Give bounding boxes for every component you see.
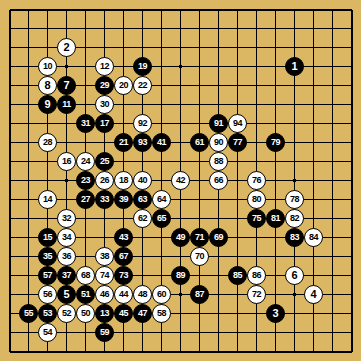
stone-black-61: 61: [190, 133, 209, 152]
stone-white-64: 64: [152, 190, 171, 209]
stone-white-78: 78: [285, 190, 304, 209]
stone-black-57: 57: [38, 266, 57, 285]
stone-white-54: 54: [38, 323, 57, 342]
stone-white-10: 10: [38, 57, 57, 76]
stone-white-30: 30: [95, 95, 114, 114]
stone-white-14: 14: [38, 190, 57, 209]
stone-white-72: 72: [247, 285, 266, 304]
stone-black-79: 79: [266, 133, 285, 152]
stone-white-22: 22: [133, 76, 152, 95]
stone-white-20: 20: [114, 76, 133, 95]
stone-black-25: 25: [95, 152, 114, 171]
stones-layer: 1234567891011121314151617181920212223242…: [0, 0, 361, 361]
stone-black-3: 3: [266, 304, 285, 323]
stone-black-19: 19: [133, 57, 152, 76]
stone-black-75: 75: [247, 209, 266, 228]
stone-black-89: 89: [171, 266, 190, 285]
stone-white-58: 58: [152, 304, 171, 323]
stone-black-31: 31: [76, 114, 95, 133]
stone-white-82: 82: [285, 209, 304, 228]
stone-white-34: 34: [57, 228, 76, 247]
stone-black-13: 13: [95, 304, 114, 323]
stone-white-52: 52: [57, 304, 76, 323]
stone-black-83: 83: [285, 228, 304, 247]
go-board-diagram: 1234567891011121314151617181920212223242…: [0, 0, 361, 361]
stone-black-81: 81: [266, 209, 285, 228]
stone-black-5: 5: [57, 285, 76, 304]
stone-white-66: 66: [209, 171, 228, 190]
stone-black-87: 87: [190, 285, 209, 304]
stone-black-17: 17: [95, 114, 114, 133]
stone-white-70: 70: [190, 247, 209, 266]
stone-black-29: 29: [95, 76, 114, 95]
stone-black-39: 39: [114, 190, 133, 209]
stone-white-36: 36: [57, 247, 76, 266]
stone-black-9: 9: [38, 95, 57, 114]
stone-black-67: 67: [114, 247, 133, 266]
stone-black-21: 21: [114, 133, 133, 152]
stone-black-73: 73: [114, 266, 133, 285]
stone-black-15: 15: [38, 228, 57, 247]
stone-white-48: 48: [133, 285, 152, 304]
stone-black-47: 47: [133, 304, 152, 323]
stone-white-92: 92: [133, 114, 152, 133]
stone-black-23: 23: [76, 171, 95, 190]
stone-white-6: 6: [285, 266, 304, 285]
stone-black-37: 37: [57, 266, 76, 285]
stone-white-16: 16: [57, 152, 76, 171]
stone-white-90: 90: [209, 133, 228, 152]
stone-white-62: 62: [133, 209, 152, 228]
stone-white-32: 32: [57, 209, 76, 228]
stone-black-11: 11: [57, 95, 76, 114]
stone-black-51: 51: [76, 285, 95, 304]
stone-white-76: 76: [247, 171, 266, 190]
stone-white-24: 24: [76, 152, 95, 171]
stone-white-60: 60: [152, 285, 171, 304]
stone-black-7: 7: [57, 76, 76, 95]
stone-black-35: 35: [38, 247, 57, 266]
stone-white-40: 40: [133, 171, 152, 190]
stone-black-55: 55: [19, 304, 38, 323]
stone-black-53: 53: [38, 304, 57, 323]
stone-white-8: 8: [38, 76, 57, 95]
stone-white-74: 74: [95, 266, 114, 285]
stone-black-85: 85: [228, 266, 247, 285]
stone-white-2: 2: [57, 38, 76, 57]
stone-black-91: 91: [209, 114, 228, 133]
stone-black-1: 1: [285, 57, 304, 76]
stone-white-46: 46: [95, 285, 114, 304]
stone-white-50: 50: [76, 304, 95, 323]
stone-black-49: 49: [171, 228, 190, 247]
stone-white-26: 26: [95, 171, 114, 190]
stone-white-68: 68: [76, 266, 95, 285]
stone-black-71: 71: [190, 228, 209, 247]
stone-black-41: 41: [152, 133, 171, 152]
stone-black-65: 65: [152, 209, 171, 228]
stone-black-33: 33: [95, 190, 114, 209]
stone-white-56: 56: [38, 285, 57, 304]
stone-white-18: 18: [114, 171, 133, 190]
stone-black-59: 59: [95, 323, 114, 342]
stone-white-84: 84: [304, 228, 323, 247]
stone-white-88: 88: [209, 152, 228, 171]
stone-black-93: 93: [133, 133, 152, 152]
stone-white-44: 44: [114, 285, 133, 304]
stone-white-4: 4: [304, 285, 323, 304]
stone-black-77: 77: [228, 133, 247, 152]
stone-white-42: 42: [171, 171, 190, 190]
stone-white-94: 94: [228, 114, 247, 133]
stone-black-69: 69: [209, 228, 228, 247]
stone-black-45: 45: [114, 304, 133, 323]
stone-white-86: 86: [247, 266, 266, 285]
stone-black-27: 27: [76, 190, 95, 209]
stone-black-43: 43: [114, 228, 133, 247]
stone-black-63: 63: [133, 190, 152, 209]
stone-white-28: 28: [38, 133, 57, 152]
stone-white-12: 12: [95, 57, 114, 76]
stone-white-80: 80: [247, 190, 266, 209]
stone-white-38: 38: [95, 247, 114, 266]
